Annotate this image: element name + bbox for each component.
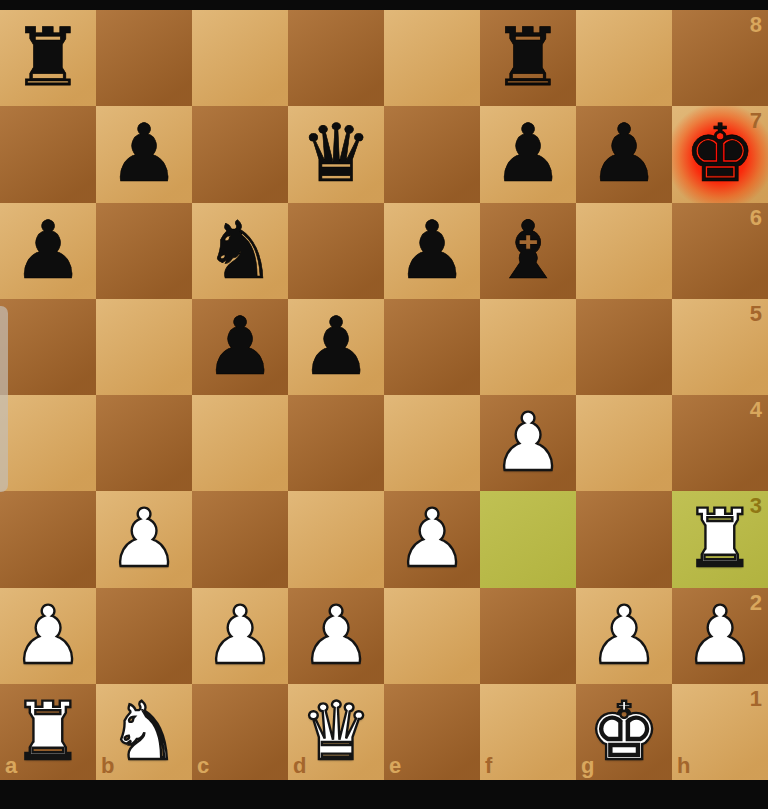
square-b2[interactable]	[96, 588, 192, 684]
top-letterbox-bar	[0, 0, 768, 10]
square-a3[interactable]	[0, 491, 96, 587]
square-b1[interactable]: ♞b	[96, 684, 192, 780]
square-h6[interactable]: 6	[672, 203, 768, 299]
square-d6[interactable]	[288, 203, 384, 299]
square-g5[interactable]	[576, 299, 672, 395]
white-rook[interactable]: ♜	[12, 684, 84, 780]
black-knight[interactable]: ♞	[204, 203, 276, 299]
file-label-h: h	[677, 753, 690, 779]
black-pawn[interactable]: ♟	[492, 106, 564, 202]
square-b6[interactable]	[96, 203, 192, 299]
square-c8[interactable]	[192, 10, 288, 106]
rank-label-4: 4	[750, 397, 762, 423]
white-queen[interactable]: ♛	[300, 684, 372, 780]
square-a5[interactable]	[0, 299, 96, 395]
square-a8[interactable]: ♜	[0, 10, 96, 106]
square-h8[interactable]: 8	[672, 10, 768, 106]
square-a2[interactable]: ♟	[0, 588, 96, 684]
square-b3[interactable]: ♟	[96, 491, 192, 587]
black-queen[interactable]: ♛	[300, 106, 372, 202]
white-pawn[interactable]: ♟	[300, 588, 372, 684]
square-d2[interactable]: ♟	[288, 588, 384, 684]
white-pawn[interactable]: ♟	[204, 588, 276, 684]
white-pawn[interactable]: ♟	[684, 588, 756, 684]
square-e3[interactable]: ♟	[384, 491, 480, 587]
square-f7[interactable]: ♟	[480, 106, 576, 202]
square-c5[interactable]: ♟	[192, 299, 288, 395]
square-c1[interactable]: c	[192, 684, 288, 780]
square-d7[interactable]: ♛	[288, 106, 384, 202]
square-e7[interactable]	[384, 106, 480, 202]
square-e4[interactable]	[384, 395, 480, 491]
square-g2[interactable]: ♟	[576, 588, 672, 684]
square-f8[interactable]: ♜	[480, 10, 576, 106]
square-e5[interactable]	[384, 299, 480, 395]
chess-board[interactable]: ♜♜8♟♛♟♟♚7♟♞♟♝6♟♟5♟4♟♟♜3♟♟♟♟♟2♜a♞bc♛def♚g…	[0, 10, 768, 780]
bottom-letterbox-bar	[0, 780, 768, 809]
black-rook[interactable]: ♜	[12, 10, 84, 106]
black-pawn[interactable]: ♟	[300, 299, 372, 395]
white-pawn[interactable]: ♟	[492, 395, 564, 491]
square-h4[interactable]: 4	[672, 395, 768, 491]
square-e2[interactable]	[384, 588, 480, 684]
square-g8[interactable]	[576, 10, 672, 106]
square-c2[interactable]: ♟	[192, 588, 288, 684]
square-h5[interactable]: 5	[672, 299, 768, 395]
square-e6[interactable]: ♟	[384, 203, 480, 299]
file-label-e: e	[389, 753, 401, 779]
rank-label-1: 1	[750, 686, 762, 712]
square-a4[interactable]	[0, 395, 96, 491]
square-b7[interactable]: ♟	[96, 106, 192, 202]
white-pawn[interactable]: ♟	[588, 588, 660, 684]
square-d8[interactable]	[288, 10, 384, 106]
black-pawn[interactable]: ♟	[204, 299, 276, 395]
square-b5[interactable]	[96, 299, 192, 395]
square-a6[interactable]: ♟	[0, 203, 96, 299]
square-h3[interactable]: ♜3	[672, 491, 768, 587]
white-pawn[interactable]: ♟	[396, 491, 468, 587]
black-king[interactable]: ♚	[684, 106, 756, 202]
square-b8[interactable]	[96, 10, 192, 106]
square-b4[interactable]	[96, 395, 192, 491]
black-pawn[interactable]: ♟	[12, 203, 84, 299]
white-king[interactable]: ♚	[588, 684, 660, 780]
white-rook[interactable]: ♜	[684, 491, 756, 587]
black-rook[interactable]: ♜	[492, 10, 564, 106]
square-d5[interactable]: ♟	[288, 299, 384, 395]
square-d1[interactable]: ♛d	[288, 684, 384, 780]
square-c3[interactable]	[192, 491, 288, 587]
file-label-c: c	[197, 753, 209, 779]
white-pawn[interactable]: ♟	[12, 588, 84, 684]
square-a7[interactable]	[0, 106, 96, 202]
file-label-f: f	[485, 753, 492, 779]
square-f6[interactable]: ♝	[480, 203, 576, 299]
square-c4[interactable]	[192, 395, 288, 491]
rank-label-8: 8	[750, 12, 762, 38]
square-c7[interactable]	[192, 106, 288, 202]
square-g7[interactable]: ♟	[576, 106, 672, 202]
square-g1[interactable]: ♚g	[576, 684, 672, 780]
black-pawn[interactable]: ♟	[588, 106, 660, 202]
square-f2[interactable]	[480, 588, 576, 684]
screen-edge-drag-handle[interactable]	[0, 306, 8, 492]
square-h2[interactable]: ♟2	[672, 588, 768, 684]
black-pawn[interactable]: ♟	[108, 106, 180, 202]
square-g4[interactable]	[576, 395, 672, 491]
square-g3[interactable]	[576, 491, 672, 587]
square-h1[interactable]: 1h	[672, 684, 768, 780]
black-bishop[interactable]: ♝	[492, 203, 564, 299]
square-e1[interactable]: e	[384, 684, 480, 780]
square-f4[interactable]: ♟	[480, 395, 576, 491]
square-f1[interactable]: f	[480, 684, 576, 780]
square-f3[interactable]	[480, 491, 576, 587]
rank-label-5: 5	[750, 301, 762, 327]
black-pawn[interactable]: ♟	[396, 203, 468, 299]
square-f5[interactable]	[480, 299, 576, 395]
square-h7[interactable]: ♚7	[672, 106, 768, 202]
square-c6[interactable]: ♞	[192, 203, 288, 299]
square-d4[interactable]	[288, 395, 384, 491]
white-pawn[interactable]: ♟	[108, 491, 180, 587]
white-knight[interactable]: ♞	[108, 684, 180, 780]
rank-label-6: 6	[750, 205, 762, 231]
square-a1[interactable]: ♜a	[0, 684, 96, 780]
square-e8[interactable]	[384, 10, 480, 106]
square-d3[interactable]	[288, 491, 384, 587]
square-g6[interactable]	[576, 203, 672, 299]
